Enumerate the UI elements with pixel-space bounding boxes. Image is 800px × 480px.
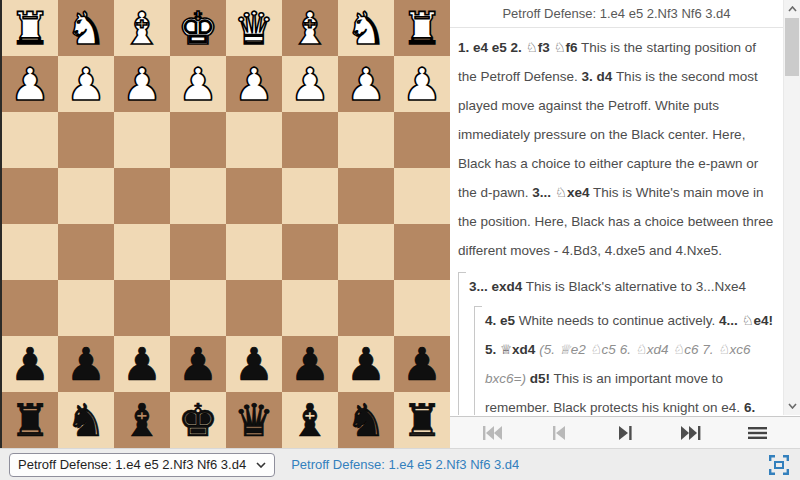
- black-pawn: ♟: [402, 342, 442, 387]
- square[interactable]: [226, 112, 282, 168]
- square[interactable]: ♝: [114, 0, 170, 56]
- square[interactable]: ♟: [338, 336, 394, 392]
- next-icon: [619, 426, 632, 440]
- square[interactable]: ♟: [282, 336, 338, 392]
- square[interactable]: [394, 112, 450, 168]
- comment: This is the second most played move agai…: [458, 69, 758, 200]
- variation-block-1: 3... exd4 This is Black's alternative to…: [458, 272, 775, 415]
- square[interactable]: ♟: [58, 336, 114, 392]
- square[interactable]: ♚: [170, 392, 226, 448]
- square[interactable]: ♜: [394, 0, 450, 56]
- white-knight: ♞: [66, 6, 106, 51]
- square[interactable]: ♜: [394, 392, 450, 448]
- skip-to-end-icon: [681, 426, 701, 440]
- square[interactable]: ♟: [114, 336, 170, 392]
- move[interactable]: 5. ♕xd4: [485, 342, 535, 357]
- square[interactable]: [282, 168, 338, 224]
- white-pawn: ♟: [10, 62, 50, 107]
- move[interactable]: ♘f6: [553, 40, 577, 55]
- white-king: ♚: [178, 6, 218, 51]
- square[interactable]: ♟: [394, 336, 450, 392]
- square[interactable]: [114, 224, 170, 280]
- square[interactable]: ♟: [2, 56, 58, 112]
- black-pawn: ♟: [122, 342, 162, 387]
- square[interactable]: ♟: [170, 336, 226, 392]
- black-rook: ♜: [402, 398, 442, 443]
- square[interactable]: ♟: [226, 56, 282, 112]
- move[interactable]: 2. ♘f3: [511, 40, 550, 55]
- square[interactable]: ♞: [338, 392, 394, 448]
- move[interactable]: 3. d4: [582, 69, 613, 84]
- white-queen: ♛: [234, 6, 274, 51]
- move[interactable]: e5: [492, 40, 507, 55]
- white-pawn: ♟: [66, 62, 106, 107]
- white-pawn: ♟: [346, 62, 386, 107]
- fullscreen-icon: [769, 455, 789, 475]
- black-bishop: ♝: [290, 398, 330, 443]
- black-pawn: ♟: [234, 342, 274, 387]
- move[interactable]: 3... ♘xe4: [532, 185, 589, 200]
- chapter-select-value: Petroff Defense: 1.e4 e5 2.Nf3 Nf6 3.d4: [18, 457, 246, 472]
- square[interactable]: ♞: [338, 0, 394, 56]
- move[interactable]: 4. e5: [485, 313, 515, 328]
- white-bishop: ♝: [290, 6, 330, 51]
- black-queen: ♛: [234, 398, 274, 443]
- last-move-button[interactable]: [671, 421, 711, 445]
- square[interactable]: [114, 280, 170, 336]
- skip-to-start-icon: [483, 426, 503, 440]
- square[interactable]: [338, 224, 394, 280]
- square[interactable]: ♜: [2, 392, 58, 448]
- square[interactable]: ♟: [2, 336, 58, 392]
- white-pawn: ♟: [122, 62, 162, 107]
- move[interactable]: 3... exd4: [469, 279, 522, 294]
- square[interactable]: ♟: [58, 56, 114, 112]
- black-knight: ♞: [346, 398, 386, 443]
- square[interactable]: [58, 112, 114, 168]
- square[interactable]: [170, 280, 226, 336]
- move-list: 1. e4 e5 2. ♘f3 ♘f6 This is the starting…: [450, 28, 783, 415]
- next-move-button[interactable]: [605, 421, 645, 445]
- square[interactable]: ♟: [114, 56, 170, 112]
- white-bishop: ♝: [122, 6, 162, 51]
- mainline-moves: 1. e4 e5 2. ♘f3 ♘f6 This is the starting…: [458, 33, 775, 265]
- square[interactable]: [2, 168, 58, 224]
- black-rook: ♜: [10, 398, 50, 443]
- square[interactable]: ♟: [394, 56, 450, 112]
- previous-icon: [553, 426, 566, 440]
- black-bishop: ♝: [122, 398, 162, 443]
- chess-board[interactable]: ♜♞♝♚♛♝♞♜♟♟♟♟♟♟♟♟♟♟♟♟♟♟♟♟♜♞♝♚♛♝♞♜: [2, 0, 450, 448]
- square[interactable]: [170, 112, 226, 168]
- black-pawn: ♟: [346, 342, 386, 387]
- square[interactable]: [338, 112, 394, 168]
- square[interactable]: [226, 224, 282, 280]
- first-move-button[interactable]: [473, 421, 513, 445]
- square[interactable]: [282, 280, 338, 336]
- white-knight: ♞: [346, 6, 386, 51]
- variation-block-2: 4. e5 White needs to continue actively. …: [474, 306, 775, 415]
- chapter-title: Petroff Defense: 1.e4 e5 2.Nf3 Nf6 3.d4: [450, 0, 783, 28]
- square[interactable]: ♟: [338, 56, 394, 112]
- square[interactable]: [338, 168, 394, 224]
- square[interactable]: ♛: [226, 0, 282, 56]
- square[interactable]: [394, 280, 450, 336]
- square[interactable]: ♞: [58, 392, 114, 448]
- square[interactable]: ♝: [282, 0, 338, 56]
- bottom-bar: Petroff Defense: 1.e4 e5 2.Nf3 Nf6 3.d4 …: [0, 448, 800, 480]
- square[interactable]: ♚: [170, 0, 226, 56]
- square[interactable]: [226, 168, 282, 224]
- variation-1-moves: 3... exd4 This is Black's alternative to…: [469, 272, 775, 301]
- white-pawn: ♟: [178, 62, 218, 107]
- square[interactable]: [2, 224, 58, 280]
- square[interactable]: [170, 224, 226, 280]
- square[interactable]: [58, 280, 114, 336]
- scrollbar-thumb[interactable]: [785, 18, 799, 76]
- square[interactable]: ♝: [114, 392, 170, 448]
- move[interactable]: d5!: [530, 371, 550, 386]
- variation-2-moves: 4. e5 White needs to continue actively. …: [485, 306, 775, 415]
- square[interactable]: [114, 168, 170, 224]
- square[interactable]: [338, 280, 394, 336]
- square[interactable]: ♞: [58, 0, 114, 56]
- square[interactable]: [170, 168, 226, 224]
- chapter-select-dropdown[interactable]: Petroff Defense: 1.e4 e5 2.Nf3 Nf6 3.d4: [9, 453, 275, 477]
- move[interactable]: 1. e4: [458, 40, 488, 55]
- square[interactable]: [114, 112, 170, 168]
- analysis-panel: Petroff Defense: 1.e4 e5 2.Nf3 Nf6 3.d4 …: [450, 0, 800, 448]
- move-navigation-bar: [450, 416, 800, 448]
- hamburger-menu-icon: [748, 426, 767, 440]
- study-link[interactable]: Petroff Defense: 1.e4 e5 2.Nf3 Nf6 3.d4: [291, 457, 519, 472]
- black-pawn: ♟: [10, 342, 50, 387]
- white-pawn: ♟: [290, 62, 330, 107]
- square[interactable]: ♜: [2, 0, 58, 56]
- previous-move-button[interactable]: [539, 421, 579, 445]
- white-rook: ♜: [10, 6, 50, 51]
- white-pawn: ♟: [402, 62, 442, 107]
- square[interactable]: ♝: [282, 392, 338, 448]
- comment: This is Black's alternative to 3...Nxe4: [526, 279, 746, 294]
- square[interactable]: ♟: [282, 56, 338, 112]
- panel-scrollbar[interactable]: [783, 0, 800, 415]
- white-rook: ♜: [402, 6, 442, 51]
- comment: White needs to continue actively.: [519, 313, 715, 328]
- black-king: ♚: [178, 398, 218, 443]
- black-pawn: ♟: [290, 342, 330, 387]
- square[interactable]: [58, 168, 114, 224]
- black-pawn: ♟: [178, 342, 218, 387]
- menu-button[interactable]: [737, 421, 777, 445]
- fullscreen-button[interactable]: [767, 453, 791, 477]
- move[interactable]: 4... ♘e4!: [719, 313, 773, 328]
- square[interactable]: ♛: [226, 392, 282, 448]
- square[interactable]: ♟: [226, 336, 282, 392]
- scroll-down-arrow-icon[interactable]: [784, 398, 800, 414]
- square[interactable]: [2, 112, 58, 168]
- square[interactable]: [394, 168, 450, 224]
- black-pawn: ♟: [66, 342, 106, 387]
- square[interactable]: ♟: [170, 56, 226, 112]
- square[interactable]: [226, 280, 282, 336]
- square[interactable]: [282, 224, 338, 280]
- square[interactable]: [282, 112, 338, 168]
- scroll-up-arrow-icon[interactable]: [784, 1, 800, 17]
- black-knight: ♞: [66, 398, 106, 443]
- square[interactable]: [58, 224, 114, 280]
- white-pawn: ♟: [234, 62, 274, 107]
- square[interactable]: [2, 280, 58, 336]
- chevron-down-icon: [256, 462, 266, 468]
- square[interactable]: [394, 224, 450, 280]
